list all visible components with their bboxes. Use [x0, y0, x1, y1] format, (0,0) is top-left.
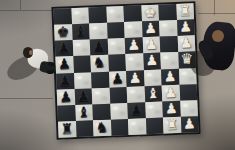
black-pawn: ♟: [59, 73, 72, 87]
white-pawn: ♟: [127, 38, 140, 52]
black-knight: ♞: [95, 120, 108, 134]
square-r8c6: [145, 117, 163, 134]
white-pawn: ♟: [144, 21, 157, 35]
black-rook: ♜: [60, 121, 73, 135]
square-r6c3: [92, 87, 110, 104]
black-bishop: ♝: [77, 104, 90, 118]
player-left: [20, 42, 60, 87]
square-r5c3: [91, 71, 109, 88]
square-r3c7: [160, 36, 178, 53]
pavement-joint: [20, 0, 21, 10]
square-r3c4: [107, 38, 125, 55]
square-r8c4: [110, 119, 128, 136]
white-rook: ♜: [165, 117, 178, 131]
black-pawn: ♟: [111, 71, 124, 85]
square-r8c8: ♟: [180, 116, 198, 133]
square-r8c1: ♜: [58, 121, 76, 138]
black-bishop: ♝: [74, 24, 87, 38]
square-r6c6: ♝: [144, 85, 162, 102]
square-r6c4: [109, 87, 127, 104]
photo-scene: ♚♜♚♝♟♟♟♟♟♟♟♟♞♟♛♟♟♟♟♟♟♝♟♝♟♟♜♞♜♟: [0, 0, 235, 150]
white-pawn: ♟: [128, 70, 141, 84]
square-r5c5: ♟: [126, 70, 144, 87]
square-r8c2: [75, 120, 93, 137]
square-r1c4: [106, 6, 124, 23]
square-r2c7: [159, 20, 177, 37]
black-pawn: ♟: [130, 102, 143, 116]
square-r5c4: ♟: [109, 71, 127, 88]
white-pawn: ♟: [179, 20, 192, 34]
white-pawn: ♟: [180, 36, 193, 50]
square-r3c5: ♟: [125, 38, 143, 55]
pavement-joint: [0, 10, 54, 11]
square-r1c5: [123, 5, 141, 22]
black-king: ♚: [57, 24, 70, 38]
black-pawn: ♟: [92, 39, 105, 53]
white-rook: ♜: [178, 3, 191, 17]
player-right-head: [212, 30, 224, 42]
player-left-face: [29, 50, 33, 55]
black-pawn: ♟: [77, 88, 90, 102]
white-pawn: ♟: [163, 69, 176, 83]
black-knight: ♞: [93, 55, 106, 69]
square-r7c5: ♟: [127, 102, 145, 119]
square-r3c2: [72, 40, 90, 57]
white-pawn: ♟: [164, 85, 177, 99]
black-pawn: ♟: [59, 89, 72, 103]
white-king: ♚: [143, 5, 156, 19]
square-r1c7: [158, 4, 176, 21]
player-left-shoe: [47, 70, 54, 75]
square-r7c6: [145, 101, 163, 118]
square-r6c1: ♟: [57, 89, 75, 106]
chess-board: ♚♜♚♝♟♟♟♟♟♟♟♟♞♟♛♟♟♟♟♟♟♝♟♝♟♟♜♞♜♟: [51, 1, 200, 140]
white-pawn: ♟: [145, 37, 158, 51]
pavement-joint: [0, 98, 53, 99]
white-pawn: ♟: [145, 53, 158, 67]
square-r4c6: ♟: [143, 53, 161, 70]
square-r8c5: [128, 118, 146, 135]
square-r6c8: [179, 84, 197, 101]
square-r2c2: ♝: [72, 24, 90, 41]
white-pawn: ♟: [165, 101, 178, 115]
square-r7c4: [110, 103, 128, 120]
square-r4c3: ♞: [90, 55, 108, 72]
player-right: [198, 14, 235, 84]
square-r1c3: [88, 7, 106, 24]
square-r8c3: ♞: [93, 120, 111, 137]
white-bishop: ♝: [147, 85, 160, 99]
square-r7c2: ♝: [75, 104, 93, 121]
square-r8c7: ♜: [163, 117, 181, 134]
white-pawn: ♟: [183, 116, 196, 130]
square-r2c4: [107, 22, 125, 39]
square-r4c2: [73, 56, 91, 73]
